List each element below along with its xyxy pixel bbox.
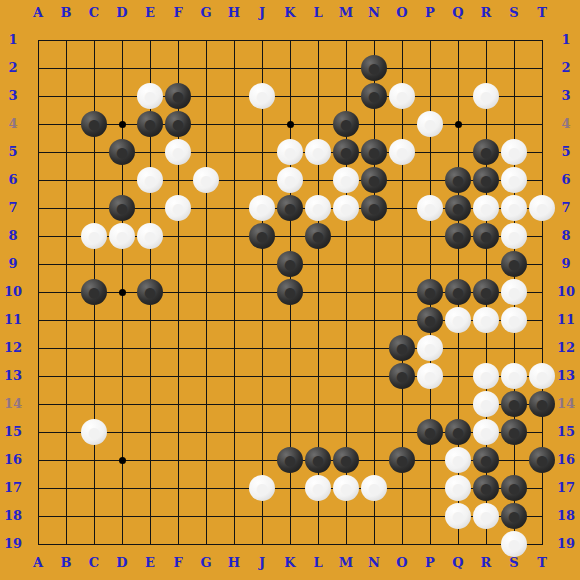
intersection-N15[interactable]	[360, 418, 388, 446]
intersection-Q1[interactable]	[444, 26, 472, 54]
intersection-L11[interactable]	[304, 306, 332, 334]
intersection-H6[interactable]	[220, 166, 248, 194]
intersection-L16[interactable]: ●	[304, 446, 332, 474]
intersection-D12[interactable]	[108, 334, 136, 362]
intersection-N16[interactable]	[360, 446, 388, 474]
intersection-J4[interactable]	[248, 110, 276, 138]
intersection-K5[interactable]: ●	[276, 138, 304, 166]
intersection-N7[interactable]: ●	[360, 194, 388, 222]
intersection-P19[interactable]	[416, 530, 444, 558]
intersection-B11[interactable]	[52, 306, 80, 334]
intersection-E2[interactable]	[136, 54, 164, 82]
intersection-D14[interactable]	[108, 390, 136, 418]
intersection-J15[interactable]	[248, 418, 276, 446]
intersection-C4[interactable]: ●	[80, 110, 108, 138]
intersection-E7[interactable]	[136, 194, 164, 222]
intersection-P2[interactable]	[416, 54, 444, 82]
intersection-F4[interactable]: ●	[164, 110, 192, 138]
intersection-S19[interactable]: ●	[500, 530, 528, 558]
intersection-Q9[interactable]	[444, 250, 472, 278]
intersection-C13[interactable]	[80, 362, 108, 390]
intersection-E12[interactable]	[136, 334, 164, 362]
intersection-C18[interactable]	[80, 502, 108, 530]
intersection-T15[interactable]	[528, 418, 556, 446]
intersection-B13[interactable]	[52, 362, 80, 390]
intersection-Q6[interactable]: ●	[444, 166, 472, 194]
intersection-N10[interactable]	[360, 278, 388, 306]
intersection-M5[interactable]: ●	[332, 138, 360, 166]
intersection-S1[interactable]	[500, 26, 528, 54]
intersection-F16[interactable]	[164, 446, 192, 474]
intersection-J14[interactable]	[248, 390, 276, 418]
intersection-R17[interactable]: ●	[472, 474, 500, 502]
intersection-T2[interactable]	[528, 54, 556, 82]
intersection-L10[interactable]	[304, 278, 332, 306]
intersection-D4[interactable]	[108, 110, 136, 138]
intersection-D16[interactable]	[108, 446, 136, 474]
intersection-S10[interactable]: ●	[500, 278, 528, 306]
intersection-F3[interactable]: ●	[164, 82, 192, 110]
intersection-M2[interactable]	[332, 54, 360, 82]
intersection-T12[interactable]	[528, 334, 556, 362]
intersection-H11[interactable]	[220, 306, 248, 334]
intersection-O14[interactable]	[388, 390, 416, 418]
intersection-E14[interactable]	[136, 390, 164, 418]
intersection-E18[interactable]	[136, 502, 164, 530]
intersection-S11[interactable]: ●	[500, 306, 528, 334]
intersection-O1[interactable]	[388, 26, 416, 54]
intersection-L3[interactable]	[304, 82, 332, 110]
intersection-S7[interactable]: ●	[500, 194, 528, 222]
intersection-M10[interactable]	[332, 278, 360, 306]
intersection-S16[interactable]	[500, 446, 528, 474]
intersection-M12[interactable]	[332, 334, 360, 362]
intersection-F10[interactable]	[164, 278, 192, 306]
intersection-B12[interactable]	[52, 334, 80, 362]
intersection-H18[interactable]	[220, 502, 248, 530]
intersection-G7[interactable]	[192, 194, 220, 222]
intersection-C3[interactable]	[80, 82, 108, 110]
intersection-B17[interactable]	[52, 474, 80, 502]
intersection-H4[interactable]	[220, 110, 248, 138]
intersection-H2[interactable]	[220, 54, 248, 82]
intersection-C17[interactable]	[80, 474, 108, 502]
intersection-B7[interactable]	[52, 194, 80, 222]
intersection-N13[interactable]	[360, 362, 388, 390]
intersection-L13[interactable]	[304, 362, 332, 390]
intersection-A17[interactable]	[24, 474, 52, 502]
intersection-F5[interactable]: ●	[164, 138, 192, 166]
intersection-E6[interactable]: ●	[136, 166, 164, 194]
intersection-L1[interactable]	[304, 26, 332, 54]
intersection-P4[interactable]: ●	[416, 110, 444, 138]
intersection-J3[interactable]: ●	[248, 82, 276, 110]
intersection-J9[interactable]	[248, 250, 276, 278]
intersection-Q5[interactable]	[444, 138, 472, 166]
intersection-T3[interactable]	[528, 82, 556, 110]
intersection-O16[interactable]: ●	[388, 446, 416, 474]
intersection-A8[interactable]	[24, 222, 52, 250]
intersection-J7[interactable]: ●	[248, 194, 276, 222]
intersection-B4[interactable]	[52, 110, 80, 138]
intersection-K12[interactable]	[276, 334, 304, 362]
intersection-A3[interactable]	[24, 82, 52, 110]
intersection-R1[interactable]	[472, 26, 500, 54]
intersection-M11[interactable]	[332, 306, 360, 334]
intersection-P14[interactable]	[416, 390, 444, 418]
intersection-C19[interactable]	[80, 530, 108, 558]
intersection-T1[interactable]	[528, 26, 556, 54]
intersection-C8[interactable]: ●	[80, 222, 108, 250]
intersection-R5[interactable]: ●	[472, 138, 500, 166]
intersection-E11[interactable]	[136, 306, 164, 334]
intersection-B6[interactable]	[52, 166, 80, 194]
intersection-S5[interactable]: ●	[500, 138, 528, 166]
intersection-J18[interactable]	[248, 502, 276, 530]
intersection-K10[interactable]: ●	[276, 278, 304, 306]
intersection-H17[interactable]	[220, 474, 248, 502]
intersection-B3[interactable]	[52, 82, 80, 110]
intersection-D15[interactable]	[108, 418, 136, 446]
intersection-P1[interactable]	[416, 26, 444, 54]
intersection-A9[interactable]	[24, 250, 52, 278]
intersection-N1[interactable]	[360, 26, 388, 54]
intersection-T9[interactable]	[528, 250, 556, 278]
intersection-Q19[interactable]	[444, 530, 472, 558]
intersection-G16[interactable]	[192, 446, 220, 474]
intersection-B19[interactable]	[52, 530, 80, 558]
intersection-M8[interactable]	[332, 222, 360, 250]
intersection-N19[interactable]	[360, 530, 388, 558]
intersection-J1[interactable]	[248, 26, 276, 54]
intersection-N17[interactable]: ●	[360, 474, 388, 502]
intersection-T17[interactable]	[528, 474, 556, 502]
intersection-N5[interactable]: ●	[360, 138, 388, 166]
intersection-N8[interactable]	[360, 222, 388, 250]
intersection-J16[interactable]	[248, 446, 276, 474]
intersection-G11[interactable]	[192, 306, 220, 334]
intersection-M15[interactable]	[332, 418, 360, 446]
intersection-R14[interactable]: ●	[472, 390, 500, 418]
intersection-R19[interactable]	[472, 530, 500, 558]
intersection-A1[interactable]	[24, 26, 52, 54]
intersection-F13[interactable]	[164, 362, 192, 390]
intersection-G13[interactable]	[192, 362, 220, 390]
intersection-D11[interactable]	[108, 306, 136, 334]
intersection-G8[interactable]	[192, 222, 220, 250]
intersection-K17[interactable]	[276, 474, 304, 502]
intersection-D19[interactable]	[108, 530, 136, 558]
intersection-T8[interactable]	[528, 222, 556, 250]
intersection-T18[interactable]	[528, 502, 556, 530]
intersection-A12[interactable]	[24, 334, 52, 362]
intersection-K9[interactable]: ●	[276, 250, 304, 278]
intersection-O2[interactable]	[388, 54, 416, 82]
intersection-G9[interactable]	[192, 250, 220, 278]
intersection-O5[interactable]: ●	[388, 138, 416, 166]
intersection-O4[interactable]	[388, 110, 416, 138]
intersection-R13[interactable]: ●	[472, 362, 500, 390]
intersection-O6[interactable]	[388, 166, 416, 194]
intersection-K2[interactable]	[276, 54, 304, 82]
intersection-T14[interactable]: ●	[528, 390, 556, 418]
intersection-G6[interactable]: ●	[192, 166, 220, 194]
intersection-T7[interactable]: ●	[528, 194, 556, 222]
intersection-H8[interactable]	[220, 222, 248, 250]
intersection-C15[interactable]: ●	[80, 418, 108, 446]
intersection-E9[interactable]	[136, 250, 164, 278]
intersection-P10[interactable]: ●	[416, 278, 444, 306]
intersection-Q2[interactable]	[444, 54, 472, 82]
intersection-L17[interactable]: ●	[304, 474, 332, 502]
intersection-J2[interactable]	[248, 54, 276, 82]
intersection-D17[interactable]	[108, 474, 136, 502]
intersection-P7[interactable]: ●	[416, 194, 444, 222]
intersection-Q3[interactable]	[444, 82, 472, 110]
intersection-C1[interactable]	[80, 26, 108, 54]
intersection-G12[interactable]	[192, 334, 220, 362]
intersection-F6[interactable]	[164, 166, 192, 194]
intersection-K8[interactable]	[276, 222, 304, 250]
intersection-C11[interactable]	[80, 306, 108, 334]
intersection-J6[interactable]	[248, 166, 276, 194]
intersection-G15[interactable]	[192, 418, 220, 446]
intersection-L9[interactable]	[304, 250, 332, 278]
intersection-L12[interactable]	[304, 334, 332, 362]
intersection-C14[interactable]	[80, 390, 108, 418]
intersection-G3[interactable]	[192, 82, 220, 110]
intersection-H14[interactable]	[220, 390, 248, 418]
intersection-P8[interactable]	[416, 222, 444, 250]
intersection-R3[interactable]: ●	[472, 82, 500, 110]
intersection-N14[interactable]	[360, 390, 388, 418]
intersection-O8[interactable]	[388, 222, 416, 250]
intersection-K7[interactable]: ●	[276, 194, 304, 222]
intersection-O11[interactable]	[388, 306, 416, 334]
intersection-M3[interactable]	[332, 82, 360, 110]
intersection-P17[interactable]	[416, 474, 444, 502]
intersection-G17[interactable]	[192, 474, 220, 502]
intersection-K14[interactable]	[276, 390, 304, 418]
intersection-T6[interactable]	[528, 166, 556, 194]
intersection-O12[interactable]: ●	[388, 334, 416, 362]
intersection-K11[interactable]	[276, 306, 304, 334]
intersection-N4[interactable]	[360, 110, 388, 138]
intersection-A2[interactable]	[24, 54, 52, 82]
intersection-M4[interactable]: ●	[332, 110, 360, 138]
intersection-S12[interactable]	[500, 334, 528, 362]
intersection-E1[interactable]	[136, 26, 164, 54]
intersection-S17[interactable]: ●	[500, 474, 528, 502]
intersection-M18[interactable]	[332, 502, 360, 530]
intersection-J17[interactable]: ●	[248, 474, 276, 502]
intersection-E5[interactable]	[136, 138, 164, 166]
intersection-P12[interactable]: ●	[416, 334, 444, 362]
intersection-S4[interactable]	[500, 110, 528, 138]
intersection-A11[interactable]	[24, 306, 52, 334]
intersection-K19[interactable]	[276, 530, 304, 558]
intersection-Q13[interactable]	[444, 362, 472, 390]
intersection-D8[interactable]: ●	[108, 222, 136, 250]
intersection-Q4[interactable]	[444, 110, 472, 138]
intersection-R6[interactable]: ●	[472, 166, 500, 194]
intersection-N12[interactable]	[360, 334, 388, 362]
intersection-P3[interactable]	[416, 82, 444, 110]
intersection-G19[interactable]	[192, 530, 220, 558]
intersection-C2[interactable]	[80, 54, 108, 82]
intersection-S8[interactable]: ●	[500, 222, 528, 250]
intersection-K3[interactable]	[276, 82, 304, 110]
intersection-S6[interactable]: ●	[500, 166, 528, 194]
intersection-S18[interactable]: ●	[500, 502, 528, 530]
intersection-E3[interactable]: ●	[136, 82, 164, 110]
intersection-C16[interactable]	[80, 446, 108, 474]
intersection-O3[interactable]: ●	[388, 82, 416, 110]
intersection-F19[interactable]	[164, 530, 192, 558]
intersection-E16[interactable]	[136, 446, 164, 474]
intersection-E10[interactable]: ●	[136, 278, 164, 306]
intersection-L6[interactable]	[304, 166, 332, 194]
intersection-P18[interactable]	[416, 502, 444, 530]
intersection-H1[interactable]	[220, 26, 248, 54]
intersection-R16[interactable]: ●	[472, 446, 500, 474]
intersection-L7[interactable]: ●	[304, 194, 332, 222]
intersection-T13[interactable]: ●	[528, 362, 556, 390]
intersection-P11[interactable]: ●	[416, 306, 444, 334]
intersection-Q14[interactable]	[444, 390, 472, 418]
intersection-O7[interactable]	[388, 194, 416, 222]
intersection-A10[interactable]	[24, 278, 52, 306]
intersection-E4[interactable]: ●	[136, 110, 164, 138]
intersection-F7[interactable]: ●	[164, 194, 192, 222]
intersection-H5[interactable]	[220, 138, 248, 166]
intersection-B15[interactable]	[52, 418, 80, 446]
intersection-M17[interactable]: ●	[332, 474, 360, 502]
intersection-H10[interactable]	[220, 278, 248, 306]
intersection-D1[interactable]	[108, 26, 136, 54]
intersection-T5[interactable]	[528, 138, 556, 166]
intersection-Q11[interactable]: ●	[444, 306, 472, 334]
intersection-A5[interactable]	[24, 138, 52, 166]
intersection-L18[interactable]	[304, 502, 332, 530]
intersection-A19[interactable]	[24, 530, 52, 558]
intersection-Q17[interactable]: ●	[444, 474, 472, 502]
intersection-L8[interactable]: ●	[304, 222, 332, 250]
intersection-T4[interactable]	[528, 110, 556, 138]
intersection-J5[interactable]	[248, 138, 276, 166]
intersection-G18[interactable]	[192, 502, 220, 530]
intersection-R12[interactable]	[472, 334, 500, 362]
intersection-A16[interactable]	[24, 446, 52, 474]
intersection-R8[interactable]: ●	[472, 222, 500, 250]
intersection-N3[interactable]: ●	[360, 82, 388, 110]
intersection-G5[interactable]	[192, 138, 220, 166]
intersection-A4[interactable]	[24, 110, 52, 138]
intersection-H7[interactable]	[220, 194, 248, 222]
intersection-D5[interactable]: ●	[108, 138, 136, 166]
intersection-B8[interactable]	[52, 222, 80, 250]
intersection-L2[interactable]	[304, 54, 332, 82]
intersection-F9[interactable]	[164, 250, 192, 278]
intersection-M13[interactable]	[332, 362, 360, 390]
intersection-N9[interactable]	[360, 250, 388, 278]
intersection-A18[interactable]	[24, 502, 52, 530]
intersection-D3[interactable]	[108, 82, 136, 110]
intersection-N11[interactable]	[360, 306, 388, 334]
intersection-O15[interactable]	[388, 418, 416, 446]
intersection-R7[interactable]: ●	[472, 194, 500, 222]
intersection-A14[interactable]	[24, 390, 52, 418]
intersection-H13[interactable]	[220, 362, 248, 390]
intersection-D7[interactable]: ●	[108, 194, 136, 222]
intersection-R10[interactable]: ●	[472, 278, 500, 306]
intersection-O17[interactable]	[388, 474, 416, 502]
intersection-P15[interactable]: ●	[416, 418, 444, 446]
intersection-E8[interactable]: ●	[136, 222, 164, 250]
intersection-E15[interactable]	[136, 418, 164, 446]
intersection-T16[interactable]: ●	[528, 446, 556, 474]
intersection-Q8[interactable]: ●	[444, 222, 472, 250]
intersection-F8[interactable]	[164, 222, 192, 250]
intersection-L4[interactable]	[304, 110, 332, 138]
intersection-B9[interactable]	[52, 250, 80, 278]
intersection-H15[interactable]	[220, 418, 248, 446]
intersection-O13[interactable]: ●	[388, 362, 416, 390]
intersection-Q16[interactable]: ●	[444, 446, 472, 474]
intersection-O19[interactable]	[388, 530, 416, 558]
intersection-G2[interactable]	[192, 54, 220, 82]
intersection-F11[interactable]	[164, 306, 192, 334]
intersection-N2[interactable]: ●	[360, 54, 388, 82]
intersection-T10[interactable]	[528, 278, 556, 306]
intersection-Q7[interactable]: ●	[444, 194, 472, 222]
intersection-R11[interactable]: ●	[472, 306, 500, 334]
intersection-C12[interactable]	[80, 334, 108, 362]
intersection-N6[interactable]: ●	[360, 166, 388, 194]
intersection-S3[interactable]	[500, 82, 528, 110]
intersection-S15[interactable]: ●	[500, 418, 528, 446]
intersection-M1[interactable]	[332, 26, 360, 54]
intersection-O18[interactable]	[388, 502, 416, 530]
intersection-F18[interactable]	[164, 502, 192, 530]
intersection-P5[interactable]	[416, 138, 444, 166]
intersection-A13[interactable]	[24, 362, 52, 390]
intersection-G1[interactable]	[192, 26, 220, 54]
intersection-O9[interactable]	[388, 250, 416, 278]
intersection-B16[interactable]	[52, 446, 80, 474]
intersection-M19[interactable]	[332, 530, 360, 558]
intersection-J10[interactable]	[248, 278, 276, 306]
intersection-F2[interactable]	[164, 54, 192, 82]
intersection-K13[interactable]	[276, 362, 304, 390]
intersection-F15[interactable]	[164, 418, 192, 446]
intersection-K1[interactable]	[276, 26, 304, 54]
intersection-T19[interactable]	[528, 530, 556, 558]
intersection-N18[interactable]	[360, 502, 388, 530]
intersection-O10[interactable]	[388, 278, 416, 306]
intersection-C10[interactable]: ●	[80, 278, 108, 306]
intersection-K4[interactable]	[276, 110, 304, 138]
intersection-J12[interactable]	[248, 334, 276, 362]
intersection-C5[interactable]	[80, 138, 108, 166]
intersection-J11[interactable]	[248, 306, 276, 334]
intersection-G4[interactable]	[192, 110, 220, 138]
intersection-K6[interactable]: ●	[276, 166, 304, 194]
intersection-R18[interactable]: ●	[472, 502, 500, 530]
intersection-S2[interactable]	[500, 54, 528, 82]
intersection-M9[interactable]	[332, 250, 360, 278]
intersection-P13[interactable]: ●	[416, 362, 444, 390]
